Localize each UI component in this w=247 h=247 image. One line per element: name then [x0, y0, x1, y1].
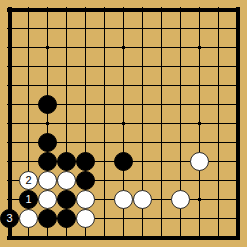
- black-stone: [57, 190, 76, 209]
- black-stone: [38, 209, 57, 228]
- board-edge-line-v: [236, 7, 240, 240]
- white-stone: [114, 190, 133, 209]
- hoshi-point: [46, 122, 49, 125]
- black-stone: [38, 152, 57, 171]
- white-stone: [76, 190, 95, 209]
- white-stone: [19, 209, 38, 228]
- black-stone: [57, 152, 76, 171]
- hoshi-point: [198, 198, 201, 201]
- hoshi-point: [46, 46, 49, 49]
- black-stone: [76, 171, 95, 190]
- grid-line-v: [218, 7, 219, 240]
- move-number-label: 3: [6, 213, 12, 224]
- white-stone: [38, 190, 57, 209]
- white-stone: [133, 190, 152, 209]
- black-stone: [38, 95, 57, 114]
- white-stone: [171, 190, 190, 209]
- move-1-stone: 1: [19, 190, 38, 209]
- move-2-stone: 2: [19, 171, 38, 190]
- black-stone: [57, 209, 76, 228]
- hoshi-point: [198, 46, 201, 49]
- white-stone: [190, 152, 209, 171]
- white-stone: [76, 209, 95, 228]
- black-stone: [76, 152, 95, 171]
- black-stone: [114, 152, 133, 171]
- black-stone: [38, 133, 57, 152]
- move-number-label: 2: [25, 175, 31, 186]
- hoshi-point: [122, 46, 125, 49]
- hoshi-point: [198, 122, 201, 125]
- move-number-label: 1: [25, 194, 31, 205]
- white-stone: [57, 171, 76, 190]
- move-3-stone: 3: [0, 209, 19, 228]
- grid-line-v: [161, 7, 162, 240]
- white-stone: [38, 171, 57, 190]
- board-edge-line-h: [7, 236, 240, 240]
- go-board: 213: [0, 0, 247, 247]
- hoshi-point: [122, 122, 125, 125]
